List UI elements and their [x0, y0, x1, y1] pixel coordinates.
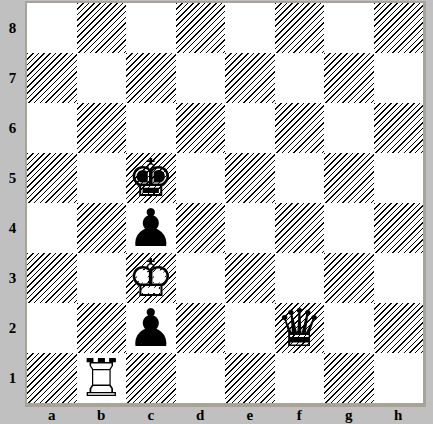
square-b3[interactable] [77, 253, 127, 303]
square-c3[interactable]: ♚♔ [126, 253, 176, 303]
square-f3[interactable] [275, 253, 325, 303]
board-frame: ♚♟♚♔♟♛♜♖ [25, 1, 426, 407]
square-h8[interactable] [374, 3, 424, 53]
square-b5[interactable] [77, 153, 127, 203]
square-h6[interactable] [374, 103, 424, 153]
piece-black-queen[interactable]: ♛ [276, 303, 323, 353]
chess-board: ♚♟♚♔♟♛♜♖ [27, 3, 423, 403]
piece-black-pawn[interactable]: ♟ [127, 303, 174, 353]
square-b1[interactable]: ♜♖ [77, 353, 127, 403]
square-a8[interactable] [27, 3, 77, 53]
square-h5[interactable] [374, 153, 424, 203]
square-d8[interactable] [176, 3, 226, 53]
square-f4[interactable] [275, 203, 325, 253]
square-d7[interactable] [176, 53, 226, 103]
square-f5[interactable] [275, 153, 325, 203]
square-h3[interactable] [374, 253, 424, 303]
piece-white-king[interactable]: ♚♔ [127, 253, 174, 303]
square-d2[interactable] [176, 303, 226, 353]
square-a7[interactable] [27, 53, 77, 103]
file-label-f: f [275, 406, 325, 424]
white-rook-outline: ♖ [78, 353, 125, 403]
square-a5[interactable] [27, 153, 77, 203]
square-g6[interactable] [324, 103, 374, 153]
square-f8[interactable] [275, 3, 325, 53]
square-c7[interactable] [126, 53, 176, 103]
file-label-a: a [27, 406, 77, 424]
square-d4[interactable] [176, 203, 226, 253]
square-c1[interactable] [126, 353, 176, 403]
square-c4[interactable]: ♟ [126, 203, 176, 253]
square-a2[interactable] [27, 303, 77, 353]
piece-black-pawn[interactable]: ♟ [127, 203, 174, 253]
rank-label-5: 5 [0, 153, 25, 203]
file-label-e: e [225, 406, 275, 424]
rank-label-7: 7 [0, 53, 25, 103]
square-e6[interactable] [225, 103, 275, 153]
square-e1[interactable] [225, 353, 275, 403]
piece-white-rook[interactable]: ♜♖ [78, 353, 125, 403]
square-f7[interactable] [275, 53, 325, 103]
square-e3[interactable] [225, 253, 275, 303]
square-d5[interactable] [176, 153, 226, 203]
square-b7[interactable] [77, 53, 127, 103]
square-c6[interactable] [126, 103, 176, 153]
square-e8[interactable] [225, 3, 275, 53]
square-h2[interactable] [374, 303, 424, 353]
file-label-h: h [374, 406, 424, 424]
square-b8[interactable] [77, 3, 127, 53]
file-label-g: g [324, 406, 374, 424]
square-g1[interactable] [324, 353, 374, 403]
rank-labels: 87654321 [0, 3, 25, 403]
square-f2[interactable]: ♛ [275, 303, 325, 353]
square-c5[interactable]: ♚ [126, 153, 176, 203]
square-g3[interactable] [324, 253, 374, 303]
square-f6[interactable] [275, 103, 325, 153]
square-e5[interactable] [225, 153, 275, 203]
square-e2[interactable] [225, 303, 275, 353]
square-c8[interactable] [126, 3, 176, 53]
square-a6[interactable] [27, 103, 77, 153]
square-g5[interactable] [324, 153, 374, 203]
rank-label-2: 2 [0, 303, 25, 353]
square-b4[interactable] [77, 203, 127, 253]
square-d3[interactable] [176, 253, 226, 303]
square-h4[interactable] [374, 203, 424, 253]
square-b6[interactable] [77, 103, 127, 153]
square-a4[interactable] [27, 203, 77, 253]
square-f1[interactable] [275, 353, 325, 403]
square-g8[interactable] [324, 3, 374, 53]
file-label-d: d [176, 406, 226, 424]
rank-label-4: 4 [0, 203, 25, 253]
rank-label-3: 3 [0, 253, 25, 303]
square-b2[interactable] [77, 303, 127, 353]
rank-label-6: 6 [0, 103, 25, 153]
square-e4[interactable] [225, 203, 275, 253]
square-e7[interactable] [225, 53, 275, 103]
square-a1[interactable] [27, 353, 77, 403]
square-h7[interactable] [374, 53, 424, 103]
square-g7[interactable] [324, 53, 374, 103]
square-d1[interactable] [176, 353, 226, 403]
file-labels: abcdefgh [27, 406, 423, 424]
file-label-b: b [77, 406, 127, 424]
square-d6[interactable] [176, 103, 226, 153]
square-g4[interactable] [324, 203, 374, 253]
square-g2[interactable] [324, 303, 374, 353]
square-h1[interactable] [374, 353, 424, 403]
rank-label-8: 8 [0, 3, 25, 53]
square-c2[interactable]: ♟ [126, 303, 176, 353]
piece-black-king[interactable]: ♚ [127, 153, 174, 203]
file-label-c: c [126, 406, 176, 424]
white-king-outline: ♔ [127, 253, 174, 303]
rank-label-1: 1 [0, 353, 25, 403]
square-a3[interactable] [27, 253, 77, 303]
